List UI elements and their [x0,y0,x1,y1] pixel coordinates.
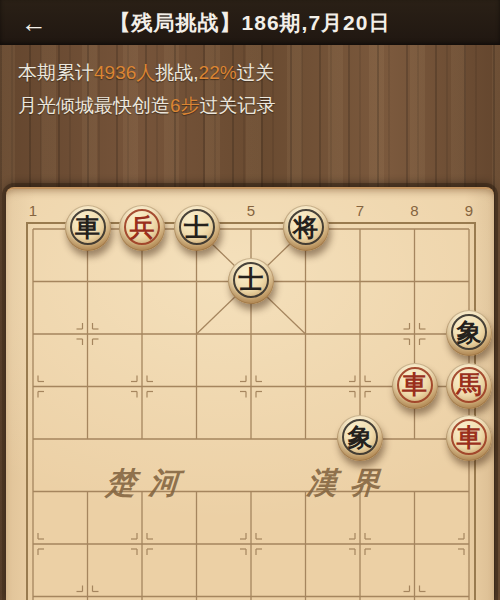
piece-black-advisor[interactable]: 士 [174,205,220,251]
challenge-stats: 本期累计4936人挑战,22%过关 月光倾城最快创造6步过关记录 [0,45,500,122]
piece-black-elephant[interactable]: 象 [446,310,492,356]
piece-black-chariot[interactable]: 車 [65,205,111,251]
piece-character: 士 [228,258,274,302]
piece-character: 車 [392,363,438,407]
piece-red-horse[interactable]: 馬 [446,363,492,409]
piece-character: 車 [446,415,492,459]
stat-text: 月光倾城最快创造 [18,95,170,116]
piece-character: 将 [283,205,329,249]
column-label-9: 9 [457,202,481,219]
page-title: 【残局挑战】186期,7月20日 [0,0,500,45]
stat-text: 过关记录 [200,95,276,116]
column-label-7: 7 [348,202,372,219]
stats-line-record: 月光倾城最快创造6步过关记录 [18,89,500,122]
piece-character: 馬 [446,363,492,407]
river-text-chuhe: 楚河 [105,463,194,504]
header-bar: ← 【残局挑战】186期,7月20日 [0,0,500,45]
stat-value: 22% [199,62,237,83]
piece-red-chariot[interactable]: 車 [392,363,438,409]
column-label-8: 8 [403,202,427,219]
piece-black-elephant[interactable]: 象 [337,415,383,461]
piece-character: 車 [65,205,111,249]
piece-red-chariot[interactable]: 車 [446,415,492,461]
river-text-hanjie: 漢界 [306,463,395,504]
xiangqi-board[interactable]: 123456789 楚河 漢界 車兵士将士象車馬象車 [6,187,494,600]
stat-text: 本期累计 [18,62,94,83]
piece-character: 象 [337,415,383,459]
piece-red-soldier[interactable]: 兵 [119,205,165,251]
stat-text: 挑战, [155,62,198,83]
stat-text: 过关 [237,62,275,83]
column-label-5: 5 [239,202,263,219]
app-screen: ← 【残局挑战】186期,7月20日 本期累计4936人挑战,22%过关 月光倾… [0,0,500,600]
piece-character: 兵 [119,205,165,249]
piece-black-general[interactable]: 将 [283,205,329,251]
stats-line-participants: 本期累计4936人挑战,22%过关 [18,56,500,89]
piece-black-advisor[interactable]: 士 [228,258,274,304]
stat-value: 6步 [170,95,200,116]
piece-character: 象 [446,310,492,354]
column-label-1: 1 [21,202,45,219]
stat-value: 4936人 [94,62,155,83]
piece-character: 士 [174,205,220,249]
